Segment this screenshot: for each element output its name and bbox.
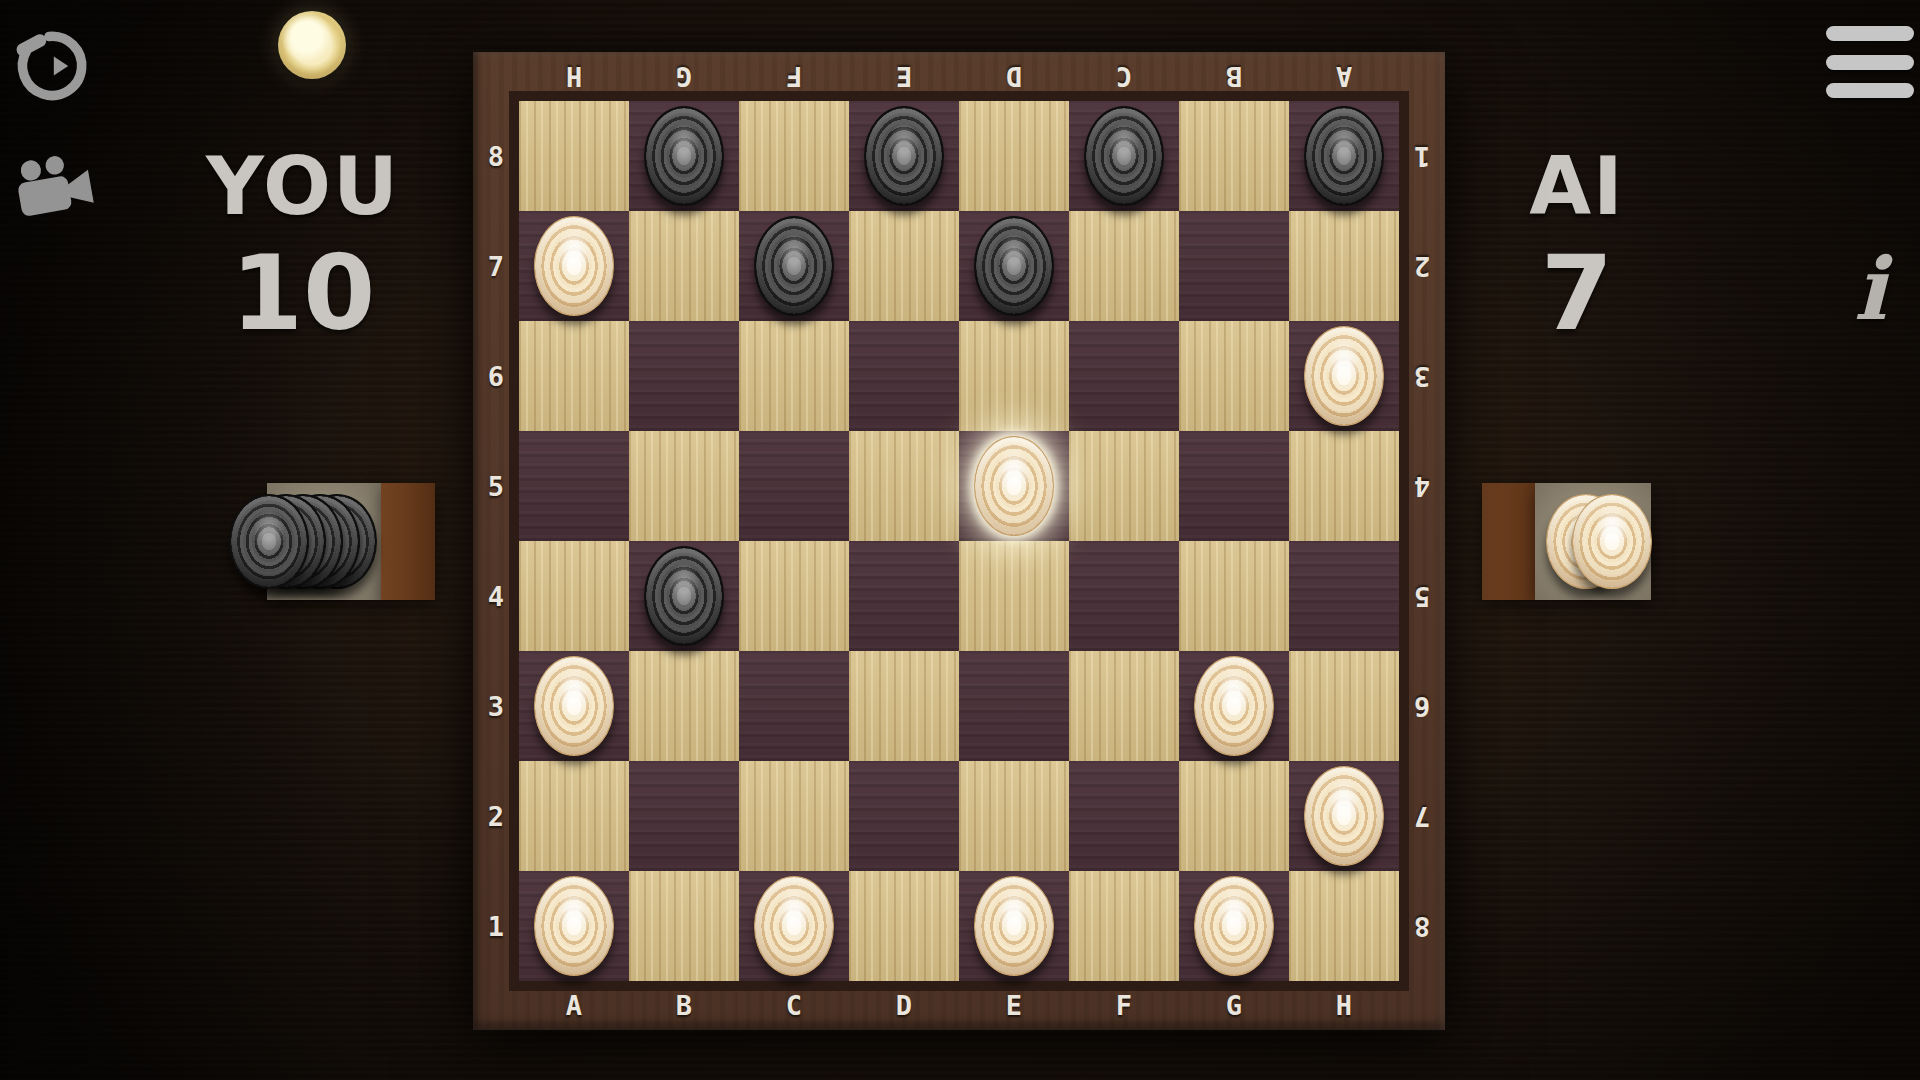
square-a3[interactable] [519, 651, 629, 761]
square-f1[interactable] [1069, 871, 1179, 981]
rank-label-4: 4 [1399, 431, 1445, 541]
rank-label-1: 1 [1399, 101, 1445, 211]
file-label-F: F [739, 52, 849, 101]
rank-label-3: 3 [473, 651, 519, 761]
square-f7[interactable] [1069, 211, 1179, 321]
turn-indicator-white-disc [278, 11, 346, 79]
file-label-C: C [1069, 52, 1179, 101]
file-label-H: H [1289, 981, 1399, 1030]
square-e5[interactable] [959, 431, 1069, 541]
square-a8[interactable] [519, 101, 629, 211]
board-grid [519, 101, 1399, 981]
piece-black-b8[interactable] [644, 106, 724, 206]
piece-black-c7[interactable] [754, 216, 834, 316]
rank-label-8: 8 [1399, 871, 1445, 981]
square-b3[interactable] [629, 651, 739, 761]
square-c1[interactable] [739, 871, 849, 981]
square-h7[interactable] [1289, 211, 1399, 321]
square-a4[interactable] [519, 541, 629, 651]
rank-label-7: 7 [1399, 761, 1445, 871]
square-g5[interactable] [1179, 431, 1289, 541]
captured-black-piece [229, 494, 309, 589]
square-g4[interactable] [1179, 541, 1289, 651]
piece-white-e5[interactable] [974, 436, 1054, 536]
player-you-label: YOU [153, 140, 453, 233]
file-label-D: D [959, 52, 1069, 101]
square-h5[interactable] [1289, 431, 1399, 541]
square-d2[interactable] [849, 761, 959, 871]
square-e7[interactable] [959, 211, 1069, 321]
restart-icon[interactable] [8, 26, 90, 106]
checkers-board: HGFEDCBA ABCDEFGH 87654321 12345678 [473, 52, 1445, 1030]
rank-label-5: 5 [473, 431, 519, 541]
menu-bar [1826, 55, 1914, 70]
square-d3[interactable] [849, 651, 959, 761]
square-f4[interactable] [1069, 541, 1179, 651]
player-ai-label: AI [1427, 140, 1727, 233]
file-label-H: H [519, 52, 629, 101]
file-label-E: E [849, 52, 959, 101]
square-b7[interactable] [629, 211, 739, 321]
rank-label-7: 7 [473, 211, 519, 321]
piece-white-h6[interactable] [1304, 326, 1384, 426]
checkers-game-screen: i YOU 10 AI 7 HGFEDCBA ABCDEFGH 87654321… [0, 0, 1920, 1080]
square-g8[interactable] [1179, 101, 1289, 211]
square-d7[interactable] [849, 211, 959, 321]
square-g7[interactable] [1179, 211, 1289, 321]
rank-labels-left: 87654321 [473, 101, 519, 981]
square-e3[interactable] [959, 651, 1069, 761]
square-c5[interactable] [739, 431, 849, 541]
captured-white-piece [1572, 494, 1652, 589]
rank-label-1: 1 [473, 871, 519, 981]
square-d5[interactable] [849, 431, 959, 541]
square-a5[interactable] [519, 431, 629, 541]
square-f3[interactable] [1069, 651, 1179, 761]
file-labels-top: HGFEDCBA [519, 52, 1399, 101]
square-c7[interactable] [739, 211, 849, 321]
square-h1[interactable] [1289, 871, 1399, 981]
piece-white-g1[interactable] [1194, 876, 1274, 976]
square-d8[interactable] [849, 101, 959, 211]
piece-black-e7[interactable] [974, 216, 1054, 316]
square-b5[interactable] [629, 431, 739, 541]
piece-white-g3[interactable] [1194, 656, 1274, 756]
square-e2[interactable] [959, 761, 1069, 871]
piece-white-h2[interactable] [1304, 766, 1384, 866]
file-label-A: A [519, 981, 629, 1030]
square-g1[interactable] [1179, 871, 1289, 981]
square-c4[interactable] [739, 541, 849, 651]
file-label-A: A [1289, 52, 1399, 101]
captured-black-tray [267, 483, 435, 600]
rank-label-6: 6 [473, 321, 519, 431]
square-g3[interactable] [1179, 651, 1289, 761]
square-f5[interactable] [1069, 431, 1179, 541]
piece-white-a1[interactable] [534, 876, 614, 976]
piece-black-d8[interactable] [864, 106, 944, 206]
square-h8[interactable] [1289, 101, 1399, 211]
piece-white-a7[interactable] [534, 216, 614, 316]
file-labels-bottom: ABCDEFGH [519, 981, 1399, 1030]
square-d4[interactable] [849, 541, 959, 651]
captured-white-tray [1482, 483, 1652, 600]
piece-white-c1[interactable] [754, 876, 834, 976]
video-camera-icon[interactable] [12, 144, 96, 228]
piece-black-f8[interactable] [1084, 106, 1164, 206]
file-label-B: B [629, 981, 739, 1030]
square-e4[interactable] [959, 541, 1069, 651]
player-you-score: 10 [153, 232, 453, 354]
square-e8[interactable] [959, 101, 1069, 211]
square-g2[interactable] [1179, 761, 1289, 871]
piece-white-a3[interactable] [534, 656, 614, 756]
square-b8[interactable] [629, 101, 739, 211]
square-c3[interactable] [739, 651, 849, 761]
rank-label-8: 8 [473, 101, 519, 211]
file-label-D: D [849, 981, 959, 1030]
rank-label-6: 6 [1399, 651, 1445, 761]
file-label-C: C [739, 981, 849, 1030]
square-e1[interactable] [959, 871, 1069, 981]
square-b4[interactable] [629, 541, 739, 651]
file-label-F: F [1069, 981, 1179, 1030]
square-h4[interactable] [1289, 541, 1399, 651]
square-f6[interactable] [1069, 321, 1179, 431]
piece-black-b4[interactable] [644, 546, 724, 646]
square-b2[interactable] [629, 761, 739, 871]
square-h6[interactable] [1289, 321, 1399, 431]
menu-bar [1826, 26, 1914, 41]
rank-label-5: 5 [1399, 541, 1445, 651]
rank-label-2: 2 [473, 761, 519, 871]
menu-bar [1826, 83, 1914, 98]
square-f2[interactable] [1069, 761, 1179, 871]
rank-labels-right: 12345678 [1399, 101, 1445, 981]
file-label-G: G [629, 52, 739, 101]
rank-label-3: 3 [1399, 321, 1445, 431]
piece-black-h8[interactable] [1304, 106, 1384, 206]
tray-wood-strip [381, 483, 435, 600]
square-b6[interactable] [629, 321, 739, 431]
info-icon[interactable]: i [1830, 238, 1910, 339]
square-e6[interactable] [959, 321, 1069, 431]
square-c6[interactable] [739, 321, 849, 431]
piece-white-e1[interactable] [974, 876, 1054, 976]
square-f8[interactable] [1069, 101, 1179, 211]
square-c8[interactable] [739, 101, 849, 211]
square-h3[interactable] [1289, 651, 1399, 761]
square-g6[interactable] [1179, 321, 1289, 431]
square-d6[interactable] [849, 321, 959, 431]
file-label-B: B [1179, 52, 1289, 101]
rank-label-2: 2 [1399, 211, 1445, 321]
square-b1[interactable] [629, 871, 739, 981]
tray-wood-strip [1482, 483, 1536, 600]
file-label-G: G [1179, 981, 1289, 1030]
menu-icon[interactable] [1826, 26, 1914, 98]
square-d1[interactable] [849, 871, 959, 981]
rank-label-4: 4 [473, 541, 519, 651]
file-label-E: E [959, 981, 1069, 1030]
square-c2[interactable] [739, 761, 849, 871]
square-a6[interactable] [519, 321, 629, 431]
square-a7[interactable] [519, 211, 629, 321]
player-ai-score: 7 [1427, 232, 1727, 354]
square-a1[interactable] [519, 871, 629, 981]
square-a2[interactable] [519, 761, 629, 871]
square-h2[interactable] [1289, 761, 1399, 871]
